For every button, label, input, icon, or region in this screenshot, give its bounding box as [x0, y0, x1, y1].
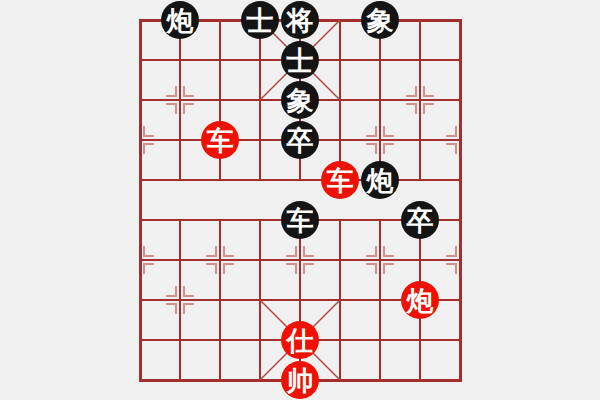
piece-black-elephant[interactable]: 象 [361, 1, 399, 39]
piece-black-general[interactable]: 将 [281, 1, 319, 39]
piece-black-chariot[interactable]: 车 [281, 201, 319, 239]
piece-black-cannon[interactable]: 炮 [161, 1, 199, 39]
piece-red-chariot[interactable]: 车 [201, 121, 239, 159]
piece-black-pawn[interactable]: 卒 [281, 121, 319, 159]
piece-black-advisor[interactable]: 士 [281, 41, 319, 79]
piece-red-advisor[interactable]: 仕 [281, 321, 319, 359]
piece-black-elephant[interactable]: 象 [281, 81, 319, 119]
piece-red-cannon[interactable]: 炮 [401, 281, 439, 319]
xiangqi-board[interactable]: 炮士将象士象车卒车炮车卒炮仕帅 [120, 0, 480, 400]
piece-red-general[interactable]: 帅 [281, 361, 319, 399]
piece-black-advisor[interactable]: 士 [241, 1, 279, 39]
xiangqi-app: 炮士将象士象车卒车炮车卒炮仕帅 [0, 0, 600, 400]
piece-black-pawn[interactable]: 卒 [401, 201, 439, 239]
piece-red-chariot[interactable]: 车 [321, 161, 359, 199]
piece-black-cannon[interactable]: 炮 [361, 161, 399, 199]
